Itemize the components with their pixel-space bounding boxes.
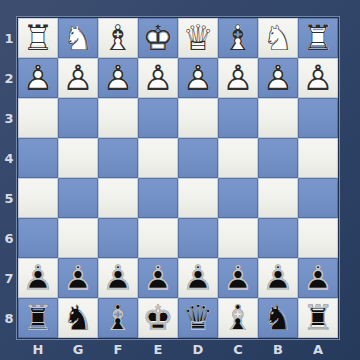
square-e8[interactable]: ♚♔ [138, 298, 178, 338]
piece-outline-layer: ♗ [98, 18, 138, 58]
file-label-a: A [298, 338, 338, 360]
piece-outline-layer: ♙ [178, 258, 218, 298]
piece-black-queen-icon[interactable]: ♛♕ [178, 298, 218, 338]
piece-outline-layer: ♙ [58, 58, 98, 98]
piece-white-pawn-icon[interactable]: ♟♙ [298, 58, 338, 98]
piece-black-pawn-icon[interactable]: ♟♙ [218, 258, 258, 298]
piece-fill-layer: ♟ [258, 258, 298, 298]
piece-outline-layer: ♙ [98, 258, 138, 298]
piece-fill-layer: ♟ [98, 58, 138, 98]
piece-white-bishop-icon[interactable]: ♝♗ [218, 18, 258, 58]
file-label-e: E [138, 338, 178, 360]
piece-outline-layer: ♙ [218, 58, 258, 98]
piece-fill-layer: ♟ [298, 258, 338, 298]
square-b2[interactable]: ♟♙ [258, 58, 298, 98]
piece-fill-layer: ♝ [218, 298, 258, 338]
piece-white-pawn-icon[interactable]: ♟♙ [218, 58, 258, 98]
square-b8[interactable]: ♞♘ [258, 298, 298, 338]
square-d2[interactable]: ♟♙ [178, 58, 218, 98]
piece-fill-layer: ♟ [18, 258, 58, 298]
piece-black-king-icon[interactable]: ♚♔ [138, 298, 178, 338]
square-a6[interactable] [298, 218, 338, 258]
piece-outline-layer: ♙ [258, 58, 298, 98]
piece-black-pawn-icon[interactable]: ♟♙ [178, 258, 218, 298]
piece-fill-layer: ♜ [18, 298, 58, 338]
square-f3[interactable] [98, 98, 138, 138]
chess-board-frame: ♜♖♞♘♝♗♚♔♛♕♝♗♞♘♜♖♟♙♟♙♟♙♟♙♟♙♟♙♟♙♟♙♟♙♟♙♟♙♟♙… [0, 0, 360, 360]
piece-white-queen-icon[interactable]: ♛♕ [178, 18, 218, 58]
piece-outline-layer: ♙ [18, 258, 58, 298]
piece-outline-layer: ♙ [298, 258, 338, 298]
piece-fill-layer: ♟ [138, 258, 178, 298]
piece-outline-layer: ♙ [18, 58, 58, 98]
piece-black-knight-icon[interactable]: ♞♘ [58, 298, 98, 338]
piece-outline-layer: ♙ [178, 58, 218, 98]
square-h8[interactable]: ♜♖ [18, 298, 58, 338]
square-h2[interactable]: ♟♙ [18, 58, 58, 98]
piece-outline-layer: ♔ [138, 18, 178, 58]
square-b3[interactable] [258, 98, 298, 138]
square-a8[interactable]: ♜♖ [298, 298, 338, 338]
piece-white-rook-icon[interactable]: ♜♖ [298, 18, 338, 58]
square-a4[interactable] [298, 138, 338, 178]
piece-fill-layer: ♛ [178, 18, 218, 58]
square-c3[interactable] [218, 98, 258, 138]
square-c2[interactable]: ♟♙ [218, 58, 258, 98]
file-label-c: C [218, 338, 258, 360]
piece-fill-layer: ♜ [18, 18, 58, 58]
piece-black-rook-icon[interactable]: ♜♖ [18, 298, 58, 338]
square-c5[interactable] [218, 178, 258, 218]
piece-fill-layer: ♞ [258, 298, 298, 338]
chess-board: ♜♖♞♘♝♗♚♔♛♕♝♗♞♘♜♖♟♙♟♙♟♙♟♙♟♙♟♙♟♙♟♙♟♙♟♙♟♙♟♙… [18, 18, 338, 338]
square-e4[interactable] [138, 138, 178, 178]
square-g3[interactable] [58, 98, 98, 138]
file-label-b: B [258, 338, 298, 360]
piece-fill-layer: ♚ [138, 298, 178, 338]
piece-white-bishop-icon[interactable]: ♝♗ [98, 18, 138, 58]
piece-outline-layer: ♗ [218, 18, 258, 58]
square-b7[interactable]: ♟♙ [258, 258, 298, 298]
rank-label-3: 3 [0, 98, 18, 138]
piece-black-bishop-icon[interactable]: ♝♗ [98, 298, 138, 338]
piece-black-bishop-icon[interactable]: ♝♗ [218, 298, 258, 338]
file-label-g: G [58, 338, 98, 360]
piece-black-pawn-icon[interactable]: ♟♙ [18, 258, 58, 298]
piece-white-pawn-icon[interactable]: ♟♙ [258, 58, 298, 98]
square-h7[interactable]: ♟♙ [18, 258, 58, 298]
square-d6[interactable] [178, 218, 218, 258]
square-h4[interactable] [18, 138, 58, 178]
square-h5[interactable] [18, 178, 58, 218]
square-a2[interactable]: ♟♙ [298, 58, 338, 98]
piece-black-knight-icon[interactable]: ♞♘ [258, 298, 298, 338]
piece-outline-layer: ♙ [58, 258, 98, 298]
piece-fill-layer: ♟ [178, 258, 218, 298]
piece-fill-layer: ♜ [298, 18, 338, 58]
square-c1[interactable]: ♝♗ [218, 18, 258, 58]
rank-label-5: 5 [0, 178, 18, 218]
square-f2[interactable]: ♟♙ [98, 58, 138, 98]
square-g1[interactable]: ♞♘ [58, 18, 98, 58]
piece-outline-layer: ♔ [138, 298, 178, 338]
piece-outline-layer: ♖ [18, 18, 58, 58]
piece-white-pawn-icon[interactable]: ♟♙ [98, 58, 138, 98]
file-label-h: H [18, 338, 58, 360]
piece-black-rook-icon[interactable]: ♜♖ [298, 298, 338, 338]
piece-fill-layer: ♚ [138, 18, 178, 58]
piece-black-pawn-icon[interactable]: ♟♙ [298, 258, 338, 298]
piece-outline-layer: ♙ [258, 258, 298, 298]
square-b5[interactable] [258, 178, 298, 218]
square-e1[interactable]: ♚♔ [138, 18, 178, 58]
square-d7[interactable]: ♟♙ [178, 258, 218, 298]
piece-fill-layer: ♟ [298, 58, 338, 98]
piece-outline-layer: ♖ [298, 298, 338, 338]
square-g7[interactable]: ♟♙ [58, 258, 98, 298]
square-d3[interactable] [178, 98, 218, 138]
piece-fill-layer: ♟ [178, 58, 218, 98]
square-g5[interactable] [58, 178, 98, 218]
piece-white-pawn-icon[interactable]: ♟♙ [58, 58, 98, 98]
square-e3[interactable] [138, 98, 178, 138]
square-e5[interactable] [138, 178, 178, 218]
piece-outline-layer: ♘ [58, 298, 98, 338]
square-f7[interactable]: ♟♙ [98, 258, 138, 298]
piece-fill-layer: ♝ [98, 298, 138, 338]
square-e7[interactable]: ♟♙ [138, 258, 178, 298]
square-b6[interactable] [258, 218, 298, 258]
piece-outline-layer: ♘ [58, 18, 98, 58]
piece-fill-layer: ♟ [58, 58, 98, 98]
piece-white-pawn-icon[interactable]: ♟♙ [178, 58, 218, 98]
piece-outline-layer: ♖ [298, 18, 338, 58]
piece-white-knight-icon[interactable]: ♞♘ [58, 18, 98, 58]
square-f6[interactable] [98, 218, 138, 258]
piece-outline-layer: ♗ [218, 298, 258, 338]
square-d8[interactable]: ♛♕ [178, 298, 218, 338]
piece-outline-layer: ♙ [218, 258, 258, 298]
piece-fill-layer: ♞ [58, 298, 98, 338]
square-h6[interactable] [18, 218, 58, 258]
piece-fill-layer: ♟ [258, 58, 298, 98]
piece-white-rook-icon[interactable]: ♜♖ [18, 18, 58, 58]
square-a1[interactable]: ♜♖ [298, 18, 338, 58]
piece-fill-layer: ♛ [178, 298, 218, 338]
rank-label-4: 4 [0, 138, 18, 178]
square-g6[interactable] [58, 218, 98, 258]
piece-fill-layer: ♞ [258, 18, 298, 58]
piece-white-knight-icon[interactable]: ♞♘ [258, 18, 298, 58]
rank-label-2: 2 [0, 58, 18, 98]
piece-black-pawn-icon[interactable]: ♟♙ [138, 258, 178, 298]
rank-label-1: 1 [0, 18, 18, 58]
piece-outline-layer: ♕ [178, 298, 218, 338]
piece-black-pawn-icon[interactable]: ♟♙ [98, 258, 138, 298]
square-g2[interactable]: ♟♙ [58, 58, 98, 98]
square-d5[interactable] [178, 178, 218, 218]
square-f1[interactable]: ♝♗ [98, 18, 138, 58]
square-c4[interactable] [218, 138, 258, 178]
square-c6[interactable] [218, 218, 258, 258]
piece-outline-layer: ♙ [138, 58, 178, 98]
piece-outline-layer: ♙ [298, 58, 338, 98]
rank-label-7: 7 [0, 258, 18, 298]
square-h3[interactable] [18, 98, 58, 138]
square-a3[interactable] [298, 98, 338, 138]
piece-fill-layer: ♟ [218, 258, 258, 298]
piece-fill-layer: ♟ [218, 58, 258, 98]
square-h1[interactable]: ♜♖ [18, 18, 58, 58]
rank-label-6: 6 [0, 218, 18, 258]
square-f8[interactable]: ♝♗ [98, 298, 138, 338]
piece-outline-layer: ♘ [258, 18, 298, 58]
piece-fill-layer: ♟ [138, 58, 178, 98]
square-d1[interactable]: ♛♕ [178, 18, 218, 58]
rank-label-8: 8 [0, 298, 18, 338]
piece-outline-layer: ♕ [178, 18, 218, 58]
square-a5[interactable] [298, 178, 338, 218]
square-d4[interactable] [178, 138, 218, 178]
piece-outline-layer: ♙ [98, 58, 138, 98]
square-e2[interactable]: ♟♙ [138, 58, 178, 98]
square-c8[interactable]: ♝♗ [218, 298, 258, 338]
piece-black-pawn-icon[interactable]: ♟♙ [258, 258, 298, 298]
piece-fill-layer: ♜ [298, 298, 338, 338]
square-c7[interactable]: ♟♙ [218, 258, 258, 298]
piece-outline-layer: ♘ [258, 298, 298, 338]
piece-fill-layer: ♟ [58, 258, 98, 298]
piece-white-king-icon[interactable]: ♚♔ [138, 18, 178, 58]
square-g8[interactable]: ♞♘ [58, 298, 98, 338]
square-g4[interactable] [58, 138, 98, 178]
piece-outline-layer: ♖ [18, 298, 58, 338]
piece-outline-layer: ♗ [98, 298, 138, 338]
square-b4[interactable] [258, 138, 298, 178]
square-a7[interactable]: ♟♙ [298, 258, 338, 298]
square-f4[interactable] [98, 138, 138, 178]
square-e6[interactable] [138, 218, 178, 258]
piece-fill-layer: ♟ [18, 58, 58, 98]
piece-fill-layer: ♝ [98, 18, 138, 58]
piece-fill-layer: ♞ [58, 18, 98, 58]
piece-outline-layer: ♙ [138, 258, 178, 298]
piece-black-pawn-icon[interactable]: ♟♙ [58, 258, 98, 298]
square-b1[interactable]: ♞♘ [258, 18, 298, 58]
piece-white-pawn-icon[interactable]: ♟♙ [18, 58, 58, 98]
file-label-d: D [178, 338, 218, 360]
file-label-f: F [98, 338, 138, 360]
piece-white-pawn-icon[interactable]: ♟♙ [138, 58, 178, 98]
square-f5[interactable] [98, 178, 138, 218]
piece-fill-layer: ♟ [98, 258, 138, 298]
piece-fill-layer: ♝ [218, 18, 258, 58]
